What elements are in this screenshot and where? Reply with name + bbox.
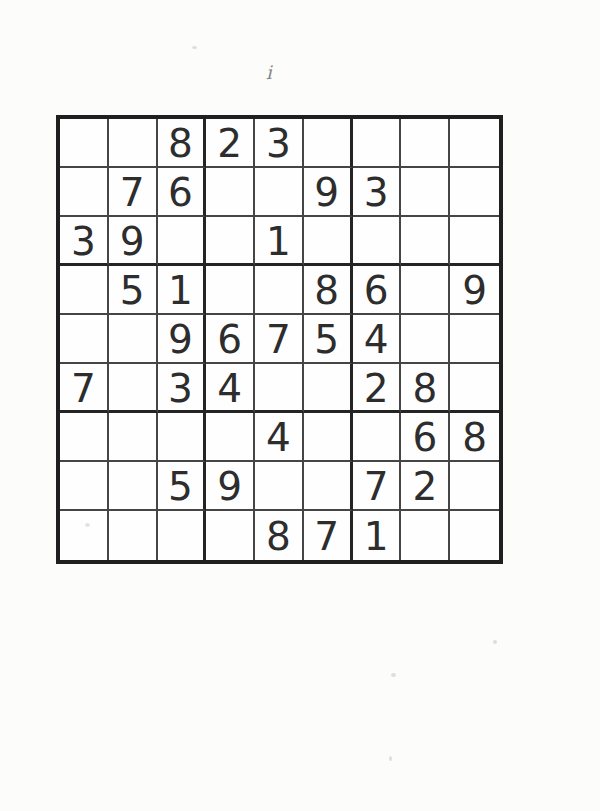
given-digit: 8 — [412, 369, 437, 408]
cell-r6c5[interactable] — [255, 364, 304, 413]
scan-speck — [389, 756, 392, 761]
cell-r1c2[interactable] — [109, 119, 158, 168]
cell-r2c3[interactable]: 6 — [158, 168, 207, 217]
given-digit: 7 — [266, 320, 291, 359]
given-digit: 1 — [168, 271, 193, 310]
cell-r3c1[interactable]: 3 — [60, 217, 109, 266]
given-digit: 3 — [266, 124, 291, 163]
given-digit: 8 — [168, 124, 193, 163]
given-digit: 6 — [412, 418, 437, 457]
cell-r8c5[interactable] — [255, 462, 304, 511]
given-digit: 9 — [217, 467, 242, 506]
given-digit: 1 — [266, 222, 291, 261]
cell-r7c3[interactable] — [158, 413, 207, 462]
cell-r9c8[interactable] — [401, 511, 450, 560]
cell-r9c1[interactable] — [60, 511, 109, 560]
cell-r8c9[interactable] — [450, 462, 499, 511]
given-digit: 5 — [168, 467, 193, 506]
cell-r3c8[interactable] — [401, 217, 450, 266]
given-digit: 8 — [314, 271, 339, 310]
cell-r9c7[interactable]: 1 — [353, 511, 402, 560]
cell-r6c1[interactable]: 7 — [60, 364, 109, 413]
cell-r4c2[interactable]: 5 — [109, 266, 158, 315]
given-digit: 9 — [314, 173, 339, 212]
cell-r8c4[interactable]: 9 — [206, 462, 255, 511]
given-digit: 7 — [120, 173, 145, 212]
cell-r8c3[interactable]: 5 — [158, 462, 207, 511]
cell-r6c2[interactable] — [109, 364, 158, 413]
cell-r7c1[interactable] — [60, 413, 109, 462]
given-digit: 4 — [217, 369, 242, 408]
cell-r2c1[interactable] — [60, 168, 109, 217]
given-digit: 9 — [120, 222, 145, 261]
given-digit: 3 — [71, 222, 96, 261]
cell-r4c7[interactable]: 6 — [353, 266, 402, 315]
cell-r2c5[interactable] — [255, 168, 304, 217]
cell-r7c8[interactable]: 6 — [401, 413, 450, 462]
cell-r5c5[interactable]: 7 — [255, 315, 304, 364]
cell-r5c2[interactable] — [109, 315, 158, 364]
cell-r2c4[interactable] — [206, 168, 255, 217]
cell-r3c9[interactable] — [450, 217, 499, 266]
cell-r6c6[interactable] — [304, 364, 353, 413]
cell-r9c9[interactable] — [450, 511, 499, 560]
cell-r1c3[interactable]: 8 — [158, 119, 207, 168]
given-digit: 9 — [168, 320, 193, 359]
given-digit: 7 — [364, 467, 389, 506]
cell-r8c6[interactable] — [304, 462, 353, 511]
scan-speck — [192, 46, 197, 49]
cell-r5c6[interactable]: 5 — [304, 315, 353, 364]
given-digit: 6 — [217, 320, 242, 359]
given-digit: 4 — [266, 418, 291, 457]
scan-speck — [493, 640, 497, 644]
given-digit: 8 — [462, 418, 487, 457]
cell-r5c7[interactable]: 4 — [353, 315, 402, 364]
cell-r8c8[interactable]: 2 — [401, 462, 450, 511]
cell-r4c5[interactable] — [255, 266, 304, 315]
cell-r1c9[interactable] — [450, 119, 499, 168]
cell-r1c1[interactable] — [60, 119, 109, 168]
cell-r4c3[interactable]: 1 — [158, 266, 207, 315]
given-digit: 7 — [314, 517, 339, 556]
cell-r3c4[interactable] — [206, 217, 255, 266]
cell-r4c1[interactable] — [60, 266, 109, 315]
cell-r9c4[interactable] — [206, 511, 255, 560]
cell-r3c3[interactable] — [158, 217, 207, 266]
cell-r2c7[interactable]: 3 — [353, 168, 402, 217]
cell-r9c5[interactable]: 8 — [255, 511, 304, 560]
cell-r1c7[interactable] — [353, 119, 402, 168]
cell-r7c2[interactable] — [109, 413, 158, 462]
given-digit: 6 — [364, 271, 389, 310]
cell-r6c9[interactable] — [450, 364, 499, 413]
cell-r8c7[interactable]: 7 — [353, 462, 402, 511]
given-digit: 2 — [412, 467, 437, 506]
cell-r4c6[interactable]: 8 — [304, 266, 353, 315]
given-digit: 2 — [364, 369, 389, 408]
cell-r8c1[interactable] — [60, 462, 109, 511]
given-digit: 5 — [314, 320, 339, 359]
cell-r4c8[interactable] — [401, 266, 450, 315]
cell-r5c1[interactable] — [60, 315, 109, 364]
cell-r6c3[interactable]: 3 — [158, 364, 207, 413]
cell-r1c4[interactable]: 2 — [206, 119, 255, 168]
given-digit: 2 — [217, 124, 242, 163]
cell-r3c5[interactable]: 1 — [255, 217, 304, 266]
cell-r8c2[interactable] — [109, 462, 158, 511]
given-digit: 6 — [168, 173, 193, 212]
sudoku-board: 82376933915186996754734284685972871 — [56, 115, 503, 564]
cell-r9c2[interactable] — [109, 511, 158, 560]
cell-r5c4[interactable]: 6 — [206, 315, 255, 364]
cell-r3c2[interactable]: 9 — [109, 217, 158, 266]
cell-r4c4[interactable] — [206, 266, 255, 315]
cell-r2c8[interactable] — [401, 168, 450, 217]
cell-r1c6[interactable] — [304, 119, 353, 168]
given-digit: 3 — [364, 173, 389, 212]
cell-r6c4[interactable]: 4 — [206, 364, 255, 413]
cell-r7c4[interactable] — [206, 413, 255, 462]
given-digit: 1 — [364, 517, 389, 556]
scanned-page: i 82376933915186996754734284685972871 — [0, 0, 600, 811]
given-digit: 8 — [266, 517, 291, 556]
given-digit: 9 — [462, 271, 487, 310]
cell-r7c7[interactable] — [353, 413, 402, 462]
scan-artifact-mark: i — [266, 62, 272, 84]
cell-r9c6[interactable]: 7 — [304, 511, 353, 560]
cell-r7c9[interactable]: 8 — [450, 413, 499, 462]
cell-r3c7[interactable] — [353, 217, 402, 266]
cell-r2c6[interactable]: 9 — [304, 168, 353, 217]
cell-r5c9[interactable] — [450, 315, 499, 364]
cell-r7c5[interactable]: 4 — [255, 413, 304, 462]
cell-r1c8[interactable] — [401, 119, 450, 168]
cell-r6c7[interactable]: 2 — [353, 364, 402, 413]
scan-speck — [391, 673, 396, 677]
given-digit: 4 — [364, 320, 389, 359]
cell-r9c3[interactable] — [158, 511, 207, 560]
given-digit: 7 — [71, 369, 96, 408]
scan-speck — [85, 523, 90, 527]
cell-r6c8[interactable]: 8 — [401, 364, 450, 413]
cell-r2c2[interactable]: 7 — [109, 168, 158, 217]
given-digit: 5 — [120, 271, 145, 310]
cell-r5c3[interactable]: 9 — [158, 315, 207, 364]
cell-r5c8[interactable] — [401, 315, 450, 364]
cell-r2c9[interactable] — [450, 168, 499, 217]
cell-r1c5[interactable]: 3 — [255, 119, 304, 168]
cell-r3c6[interactable] — [304, 217, 353, 266]
given-digit: 3 — [168, 369, 193, 408]
cell-r4c9[interactable]: 9 — [450, 266, 499, 315]
cell-r7c6[interactable] — [304, 413, 353, 462]
